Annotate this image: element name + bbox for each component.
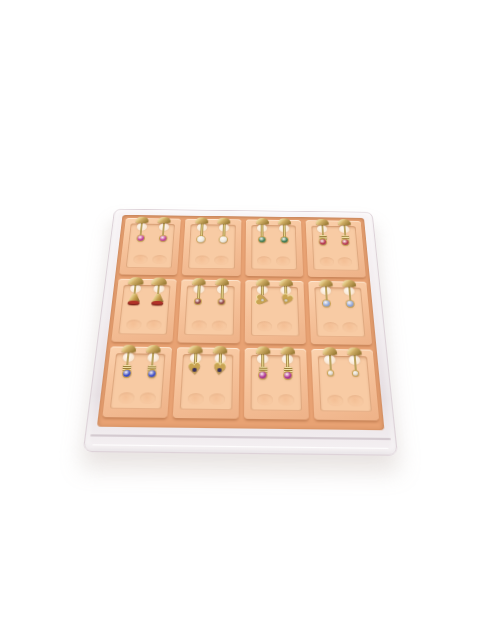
earring-post [221, 284, 224, 300]
recess-dimple [214, 256, 229, 265]
recess-dimple [126, 320, 142, 330]
recess-dimple [211, 321, 226, 331]
recess-dimple [187, 393, 204, 405]
earring-dome [347, 347, 362, 355]
recess-dimple [139, 392, 156, 404]
gem-heart-crystal [285, 299, 288, 302]
compartment-r2c3: ♥♥ [244, 280, 305, 344]
earring-pink [155, 217, 172, 242]
earring-post [197, 284, 200, 300]
recess-dimple [278, 394, 294, 406]
earring-heart-dark: ♥ [211, 346, 228, 377]
gem-pink [159, 236, 166, 242]
earring-pair-magenta [255, 346, 297, 378]
recess-dimple [276, 256, 290, 265]
gem-crystal [220, 236, 228, 242]
earring-dome [189, 345, 204, 353]
earring-pair-maroon [190, 278, 230, 306]
earring-heart-crystal: ♥ [278, 279, 294, 307]
earring-dome [128, 277, 144, 285]
earring-pair-crystal [194, 217, 232, 243]
gem-blue [148, 370, 156, 377]
compartment-r1c4 [305, 220, 366, 277]
display-case-rotation: ♥♥♥♥ [98, 186, 385, 453]
earring-magenta [279, 347, 296, 378]
case-front-highlight [92, 444, 388, 449]
case-front-edge-line [90, 434, 391, 440]
earring-dome [256, 218, 269, 224]
earring-light-blue [318, 279, 335, 307]
earring-dome [216, 278, 230, 285]
recess-dimple [338, 257, 353, 266]
earring-post [223, 223, 226, 237]
earring-light-blue [341, 280, 359, 308]
earring-magenta [255, 346, 272, 377]
earring-pair-heart-dark: ♥♥ [186, 345, 229, 377]
earring-dome [315, 219, 328, 225]
gem-green [281, 237, 288, 243]
earring-red [315, 219, 331, 244]
recess-dimple [326, 395, 343, 407]
earring-dome [158, 217, 171, 223]
compartment-r2c4 [308, 281, 372, 345]
gem-red-cone [151, 301, 163, 306]
earring-red [337, 219, 354, 244]
gem-magenta [259, 372, 266, 379]
earring-heart-crystal: ♥ [255, 279, 271, 307]
earring-green [255, 218, 270, 243]
earring-dome [322, 347, 337, 355]
gem-light-blue [347, 301, 354, 307]
earring-dome [279, 279, 293, 286]
recess-dimple [257, 394, 273, 406]
gem-light-blue [323, 300, 330, 306]
earring-pink [133, 217, 150, 242]
earring-green [277, 218, 292, 243]
peach-tray-base: ♥♥♥♥ [97, 215, 385, 430]
gem-heart-crystal [261, 299, 264, 302]
earring-crystal [216, 218, 232, 243]
compartment-r3c3 [243, 348, 308, 420]
recess-dimple [118, 392, 135, 404]
earring-red-cone [126, 277, 145, 305]
earring-pair-light-blue [318, 279, 359, 307]
earring-pair-heart-crystal: ♥♥ [255, 279, 295, 307]
earring-post [261, 224, 263, 238]
earring-dome [218, 218, 231, 224]
gem-maroon [195, 299, 201, 304]
recess-dimple [277, 321, 292, 331]
earring-blue [118, 345, 138, 376]
earring-pair-pink [133, 217, 172, 242]
gem-crystal-small [328, 370, 334, 375]
earring-dome [196, 217, 209, 223]
recess-dimple [191, 320, 207, 330]
earring-pair-red-cone [126, 277, 168, 305]
recess-dimple [152, 255, 167, 264]
compartment-r3c1 [102, 346, 172, 417]
recess-dimple [342, 322, 358, 332]
earring-dome [337, 219, 350, 225]
earring-maroon [190, 278, 207, 306]
earring-crystal [194, 217, 210, 242]
earring-dome [136, 217, 149, 223]
earring-dome [256, 346, 270, 354]
gem-pink [137, 235, 144, 241]
earring-dome [151, 277, 167, 285]
tray-grid: ♥♥♥♥ [97, 215, 385, 430]
earring-dome [319, 279, 333, 286]
earring-maroon [214, 278, 230, 306]
earring-pair-green [255, 218, 292, 244]
earring-pair-blue [118, 345, 162, 377]
compartment-r2c1 [111, 279, 177, 343]
earring-heart-dark: ♥ [186, 345, 204, 376]
clear-case-rim: ♥♥♥♥ [83, 209, 398, 456]
recess-dimple [323, 322, 339, 332]
earring-red-cone [149, 277, 167, 305]
compartment-r3c2: ♥♥ [173, 347, 239, 419]
recess-dimple [319, 257, 334, 266]
earring-crystal-small [321, 347, 339, 379]
display-case-perspective: ♥♥♥♥ [83, 209, 398, 456]
gem-red [342, 239, 349, 245]
recess-dimple [195, 255, 210, 264]
gem-red-cone [128, 301, 140, 306]
earring-dome [121, 345, 136, 353]
earring-dome [146, 345, 161, 353]
earring-crystal-small [346, 347, 365, 379]
recess-dimple [146, 320, 162, 330]
product-photo: ♥♥♥♥ [0, 0, 480, 640]
earring-dome [256, 279, 270, 286]
compartment-r1c1 [119, 218, 181, 275]
recess-dimple [209, 393, 225, 405]
earring-pair-crystal-small [321, 347, 365, 379]
gem-crystal [197, 236, 205, 242]
earring-blue [143, 345, 162, 376]
earring-dome [342, 280, 356, 287]
gem-crystal-small [353, 371, 359, 376]
gem-magenta [284, 372, 291, 379]
earring-dome [213, 346, 228, 354]
recess-dimple [257, 321, 272, 331]
gem-blue [122, 370, 130, 377]
gem-red [320, 239, 327, 245]
compartment-r1c3 [245, 219, 303, 276]
recess-dimple [257, 256, 271, 265]
earring-dome [280, 347, 295, 355]
compartment-r3c4 [311, 349, 379, 421]
earring-pair-red [315, 219, 354, 245]
earring-dome [192, 278, 206, 285]
earring-dome [278, 218, 291, 224]
recess-dimple [347, 395, 364, 407]
compartment-r2c2 [178, 279, 240, 343]
earring-post [200, 223, 203, 237]
gem-maroon [219, 299, 225, 304]
earring-post [283, 224, 286, 238]
recess-dimple [133, 255, 148, 264]
compartment-r1c2 [182, 219, 241, 276]
gem-green [259, 237, 266, 243]
